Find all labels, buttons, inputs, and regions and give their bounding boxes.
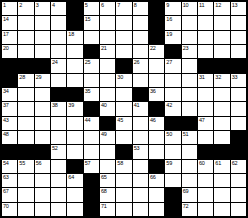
clue-number: 39 (68, 102, 74, 108)
crossword-cell[interactable]: 67 (2, 188, 17, 201)
black-square (198, 145, 213, 158)
crossword-cell[interactable] (214, 131, 229, 144)
crossword-cell[interactable] (18, 102, 33, 115)
crossword-cell[interactable] (214, 117, 229, 130)
crossword-cell[interactable] (133, 203, 148, 216)
crossword-cell[interactable]: 7 (116, 2, 131, 15)
crossword-cell[interactable]: 29 (35, 74, 50, 87)
crossword-cell[interactable] (214, 31, 229, 44)
crossword-cell[interactable] (214, 174, 229, 187)
crossword-cell[interactable]: 30 (116, 74, 131, 87)
crossword-cell[interactable] (214, 16, 229, 29)
clue-number: 59 (166, 160, 172, 166)
crossword-grid: 1234567891011121314151617181920212223242… (0, 0, 248, 218)
black-square (100, 117, 115, 130)
clue-number: 3 (36, 2, 39, 8)
crossword-cell[interactable]: 25 (84, 59, 99, 72)
crossword-cell[interactable] (149, 145, 164, 158)
crossword-cell[interactable] (133, 131, 148, 144)
crossword-cell[interactable]: 34 (2, 88, 17, 101)
clue-number: 6 (101, 2, 104, 8)
crossword-cell[interactable] (84, 145, 99, 158)
crossword-cell[interactable] (18, 117, 33, 130)
crossword-cell[interactable]: 57 (84, 160, 99, 173)
crossword-cell[interactable] (100, 160, 115, 173)
clue-number: 43 (3, 117, 9, 123)
crossword-cell[interactable]: 38 (51, 102, 66, 115)
clue-number: 54 (3, 160, 9, 166)
crossword-cell[interactable]: 39 (67, 102, 82, 115)
crossword-cell[interactable] (100, 145, 115, 158)
crossword-cell[interactable]: 43 (2, 117, 17, 130)
crossword-cell[interactable] (116, 102, 131, 115)
crossword-cell[interactable] (35, 31, 50, 44)
crossword-cell[interactable]: 8 (133, 2, 148, 15)
clue-number: 44 (85, 117, 91, 123)
clue-number: 19 (166, 31, 172, 37)
black-square (165, 188, 180, 201)
crossword-cell[interactable] (182, 59, 197, 72)
clue-number: 53 (134, 145, 140, 151)
black-square (149, 16, 164, 29)
black-square (182, 117, 197, 130)
crossword-cell[interactable] (165, 174, 180, 187)
clue-number: 22 (150, 45, 156, 51)
crossword-cell[interactable] (51, 174, 66, 187)
clue-number: 20 (3, 45, 9, 51)
clue-number: 14 (3, 16, 9, 22)
crossword-cell[interactable] (165, 88, 180, 101)
crossword-cell[interactable]: 13 (231, 2, 246, 15)
crossword-cell[interactable] (133, 74, 148, 87)
crossword-cell[interactable] (67, 74, 82, 87)
crossword-cell[interactable]: 53 (133, 145, 148, 158)
clue-number: 47 (199, 117, 205, 123)
clue-number: 65 (101, 174, 107, 180)
crossword-cell[interactable] (84, 74, 99, 87)
crossword-cell[interactable]: 28 (18, 74, 33, 87)
crossword-cell[interactable] (231, 31, 246, 44)
clue-number: 71 (101, 203, 107, 209)
black-square (214, 59, 229, 72)
black-square (51, 88, 66, 101)
black-square (165, 45, 180, 58)
crossword-cell[interactable]: 24 (51, 59, 66, 72)
clue-number: 51 (183, 131, 189, 137)
black-square (231, 59, 246, 72)
crossword-cell[interactable]: 35 (84, 88, 99, 101)
clue-number: 11 (199, 2, 204, 8)
crossword-cell[interactable]: 33 (231, 74, 246, 87)
clue-number: 37 (3, 102, 9, 108)
crossword-cell[interactable] (116, 188, 131, 201)
clue-number: 18 (68, 31, 74, 37)
crossword-cell[interactable] (67, 117, 82, 130)
crossword-cell[interactable] (100, 31, 115, 44)
crossword-cell[interactable] (133, 188, 148, 201)
crossword-cell[interactable] (18, 203, 33, 216)
crossword-cell[interactable]: 26 (133, 59, 148, 72)
crossword-cell[interactable] (231, 16, 246, 29)
clue-number: 30 (117, 74, 123, 80)
crossword-cell[interactable] (231, 45, 246, 58)
crossword-cell[interactable] (51, 203, 66, 216)
crossword-cell[interactable] (67, 145, 82, 158)
black-square (67, 2, 82, 15)
clue-number: 4 (52, 2, 55, 8)
crossword-cell[interactable]: 59 (165, 160, 180, 173)
crossword-cell[interactable]: 32 (214, 74, 229, 87)
crossword-cell[interactable]: 15 (84, 16, 99, 29)
crossword-cell[interactable] (133, 174, 148, 187)
black-square (67, 160, 82, 173)
crossword-cell[interactable] (18, 188, 33, 201)
crossword-cell[interactable]: 9 (165, 2, 180, 15)
clue-number: 62 (232, 160, 238, 166)
clue-number: 21 (101, 45, 107, 51)
crossword-cell[interactable]: 3 (35, 2, 50, 15)
clue-number: 64 (68, 174, 74, 180)
crossword-cell[interactable] (35, 131, 50, 144)
crossword-cell[interactable] (214, 45, 229, 58)
crossword-cell[interactable] (100, 59, 115, 72)
black-square (2, 145, 17, 158)
crossword-cell[interactable]: 1 (2, 2, 17, 15)
crossword-cell[interactable] (198, 31, 213, 44)
black-square (2, 59, 17, 72)
clue-number: 41 (134, 102, 140, 108)
crossword-cell[interactable] (84, 31, 99, 44)
clue-number: 2 (19, 2, 22, 8)
clue-number: 50 (166, 131, 172, 137)
black-square (214, 145, 229, 158)
clue-number: 40 (101, 102, 107, 108)
crossword-cell[interactable] (116, 45, 131, 58)
clue-number: 70 (3, 203, 9, 209)
black-square (84, 203, 99, 216)
clue-number: 17 (3, 31, 9, 37)
crossword-cell[interactable]: 60 (198, 160, 213, 173)
clue-number: 36 (150, 88, 156, 94)
crossword-cell[interactable] (182, 102, 197, 115)
crossword-cell[interactable] (100, 74, 115, 87)
crossword-cell[interactable] (198, 88, 213, 101)
clue-number: 38 (52, 102, 58, 108)
clue-number: 10 (183, 2, 189, 8)
crossword-cell[interactable] (231, 174, 246, 187)
crossword-cell[interactable] (100, 88, 115, 101)
crossword-cell[interactable] (51, 117, 66, 130)
clue-number: 32 (215, 74, 221, 80)
crossword-cell[interactable] (198, 174, 213, 187)
black-square (133, 88, 148, 101)
crossword-cell[interactable] (51, 131, 66, 144)
crossword-cell[interactable]: 5 (84, 2, 99, 15)
clue-number: 1 (3, 2, 6, 8)
crossword-cell[interactable]: 72 (182, 203, 197, 216)
crossword-cell[interactable] (35, 88, 50, 101)
clue-number: 46 (150, 117, 156, 123)
black-square (149, 31, 164, 44)
crossword-cell[interactable]: 6 (100, 2, 115, 15)
crossword-cell[interactable] (182, 174, 197, 187)
crossword-cell[interactable] (51, 16, 66, 29)
crossword-cell[interactable] (198, 131, 213, 144)
crossword-cell[interactable]: 23 (182, 45, 197, 58)
clue-number: 45 (117, 117, 123, 123)
crossword-cell[interactable] (116, 131, 131, 144)
crossword-cell[interactable]: 65 (100, 174, 115, 187)
black-square (18, 59, 33, 72)
black-square (84, 174, 99, 187)
clue-number: 35 (85, 88, 91, 94)
crossword-cell[interactable] (182, 31, 197, 44)
clue-number: 52 (52, 145, 58, 151)
clue-number: 26 (134, 59, 140, 65)
clue-number: 63 (3, 174, 9, 180)
black-square (165, 117, 180, 130)
crossword-cell[interactable]: 58 (116, 160, 131, 173)
black-square (116, 59, 131, 72)
clue-number: 49 (101, 131, 107, 137)
crossword-cell[interactable] (165, 74, 180, 87)
clue-number: 29 (36, 74, 42, 80)
crossword-cell[interactable] (51, 188, 66, 201)
clue-number: 7 (117, 2, 120, 8)
crossword-cell[interactable]: 12 (214, 2, 229, 15)
crossword-cell[interactable] (133, 16, 148, 29)
crossword-cell[interactable]: 63 (2, 174, 17, 187)
crossword-cell[interactable] (198, 102, 213, 115)
clue-number: 9 (166, 2, 169, 8)
crossword-cell[interactable] (100, 16, 115, 29)
crossword-cell[interactable]: 66 (149, 174, 164, 187)
crossword-cell[interactable] (116, 203, 131, 216)
crossword-cell[interactable]: 69 (182, 188, 197, 201)
crossword-cell[interactable] (133, 117, 148, 130)
black-square (231, 131, 246, 144)
crossword-cell[interactable]: 61 (214, 160, 229, 173)
clue-number: 66 (150, 174, 156, 180)
crossword-cell[interactable]: 45 (116, 117, 131, 130)
crossword-cell[interactable] (231, 88, 246, 101)
crossword-cell[interactable] (67, 188, 82, 201)
crossword-cell[interactable] (35, 188, 50, 201)
black-square (116, 145, 131, 158)
crossword-cell[interactable]: 49 (100, 131, 115, 144)
black-square (18, 145, 33, 158)
crossword-cell[interactable] (214, 102, 229, 115)
clue-number: 60 (199, 160, 205, 166)
crossword-cell[interactable]: 21 (100, 45, 115, 58)
crossword-cell[interactable] (18, 45, 33, 58)
clue-number: 58 (117, 160, 123, 166)
crossword-cell[interactable] (35, 174, 50, 187)
black-square (67, 88, 82, 101)
clue-number: 12 (215, 2, 221, 8)
crossword-cell[interactable] (231, 203, 246, 216)
crossword-cell[interactable] (35, 102, 50, 115)
crossword-cell[interactable] (198, 16, 213, 29)
black-square (84, 102, 99, 115)
crossword-cell[interactable]: 18 (67, 31, 82, 44)
crossword-cell[interactable]: 56 (35, 160, 50, 173)
crossword-cell[interactable] (231, 117, 246, 130)
clue-number: 31 (199, 74, 205, 80)
crossword-cell[interactable]: 31 (198, 74, 213, 87)
crossword-cell[interactable]: 14 (2, 16, 17, 29)
crossword-cell[interactable]: 44 (84, 117, 99, 130)
crossword-cell[interactable]: 46 (149, 117, 164, 130)
crossword-cell[interactable] (165, 145, 180, 158)
clue-number: 24 (52, 59, 58, 65)
crossword-cell[interactable] (51, 45, 66, 58)
crossword-cell[interactable]: 4 (51, 2, 66, 15)
crossword-cell[interactable] (133, 31, 148, 44)
crossword-cell[interactable]: 50 (165, 131, 180, 144)
clue-number: 34 (3, 88, 9, 94)
crossword-cell[interactable] (116, 174, 131, 187)
crossword-cell[interactable]: 54 (2, 160, 17, 173)
clue-number: 56 (36, 160, 42, 166)
clue-number: 8 (134, 2, 137, 8)
clue-number: 72 (183, 203, 189, 209)
crossword-cell[interactable]: 40 (100, 102, 115, 115)
black-square (149, 102, 164, 115)
crossword-cell[interactable]: 41 (133, 102, 148, 115)
clue-number: 57 (85, 160, 91, 166)
crossword-cell[interactable] (214, 203, 229, 216)
black-square (2, 74, 17, 87)
crossword-cell[interactable]: 2 (18, 2, 33, 15)
crossword-cell[interactable] (182, 88, 197, 101)
crossword-cell[interactable] (182, 145, 197, 158)
clue-number: 27 (166, 59, 172, 65)
crossword-cell[interactable] (214, 88, 229, 101)
clue-number: 23 (183, 45, 189, 51)
crossword-cell[interactable] (149, 131, 164, 144)
crossword-cell[interactable] (198, 45, 213, 58)
crossword-cell[interactable] (84, 131, 99, 144)
crossword-cell[interactable]: 36 (149, 88, 164, 101)
clue-number: 55 (19, 160, 25, 166)
crossword-cell[interactable]: 55 (18, 160, 33, 173)
clue-number: 15 (85, 16, 91, 22)
crossword-cell[interactable] (35, 203, 50, 216)
crossword-cell[interactable] (67, 45, 82, 58)
crossword-cell[interactable]: 51 (182, 131, 197, 144)
crossword-cell[interactable]: 17 (2, 31, 17, 44)
crossword-cell[interactable] (231, 102, 246, 115)
crossword-cell[interactable] (149, 203, 164, 216)
crossword-cell[interactable]: 19 (165, 31, 180, 44)
crossword-cell[interactable] (35, 16, 50, 29)
crossword-cell[interactable] (35, 117, 50, 130)
black-square (35, 145, 50, 158)
crossword-cell[interactable] (182, 16, 197, 29)
crossword-cell[interactable] (182, 74, 197, 87)
black-square (35, 59, 50, 72)
crossword-cell[interactable] (182, 160, 197, 173)
crossword-cell[interactable] (116, 88, 131, 101)
clue-number: 25 (85, 59, 91, 65)
clue-number: 48 (3, 131, 9, 137)
crossword-cell[interactable] (51, 160, 66, 173)
black-square (165, 203, 180, 216)
crossword-cell[interactable] (133, 160, 148, 173)
crossword-cell[interactable]: 42 (165, 102, 180, 115)
clue-number: 67 (3, 188, 9, 194)
clue-number: 69 (183, 188, 189, 194)
crossword-cell[interactable] (35, 45, 50, 58)
crossword-cell[interactable]: 64 (67, 174, 82, 187)
crossword-cell[interactable]: 68 (100, 188, 115, 201)
crossword-cell[interactable]: 52 (51, 145, 66, 158)
crossword-cell[interactable] (18, 31, 33, 44)
black-square (231, 145, 246, 158)
crossword-cell[interactable] (18, 174, 33, 187)
crossword-cell[interactable] (149, 74, 164, 87)
black-square (149, 2, 164, 15)
crossword-cell[interactable] (51, 74, 66, 87)
crossword-cell[interactable]: 70 (2, 203, 17, 216)
crossword-cell[interactable] (116, 16, 131, 29)
crossword-cell[interactable]: 11 (198, 2, 213, 15)
crossword-cell[interactable]: 62 (231, 160, 246, 173)
crossword-cell[interactable] (67, 59, 82, 72)
crossword-cell[interactable] (18, 88, 33, 101)
crossword-cell[interactable] (133, 45, 148, 58)
crossword-cell[interactable] (198, 188, 213, 201)
crossword-cell[interactable] (149, 59, 164, 72)
crossword-cell[interactable]: 47 (198, 117, 213, 130)
crossword-cell[interactable]: 10 (182, 2, 197, 15)
crossword-cell[interactable] (231, 188, 246, 201)
crossword-cell[interactable] (67, 131, 82, 144)
clue-number: 42 (166, 102, 172, 108)
crossword-cell[interactable] (149, 188, 164, 201)
black-square (84, 188, 99, 201)
crossword-cell[interactable]: 71 (100, 203, 115, 216)
crossword-cell[interactable]: 27 (165, 59, 180, 72)
clue-number: 28 (19, 74, 25, 80)
crossword-cell[interactable] (51, 31, 66, 44)
crossword-cell[interactable] (116, 31, 131, 44)
clue-number: 33 (232, 74, 238, 80)
crossword-cell[interactable]: 48 (2, 131, 17, 144)
black-square (198, 59, 213, 72)
crossword-cell[interactable]: 16 (165, 16, 180, 29)
clue-number: 16 (166, 16, 172, 22)
black-square (67, 16, 82, 29)
crossword-cell[interactable] (214, 188, 229, 201)
clue-number: 61 (215, 160, 221, 166)
crossword-cell[interactable]: 20 (2, 45, 17, 58)
crossword-cell[interactable] (67, 203, 82, 216)
crossword-cell[interactable] (18, 131, 33, 144)
black-square (149, 160, 164, 173)
clue-number: 68 (101, 188, 107, 194)
crossword-cell[interactable] (18, 16, 33, 29)
black-square (84, 45, 99, 58)
clue-number: 13 (232, 2, 238, 8)
crossword-cell[interactable]: 37 (2, 102, 17, 115)
crossword-cell[interactable]: 22 (149, 45, 164, 58)
crossword-cell[interactable] (198, 203, 213, 216)
clue-number: 5 (85, 2, 88, 8)
